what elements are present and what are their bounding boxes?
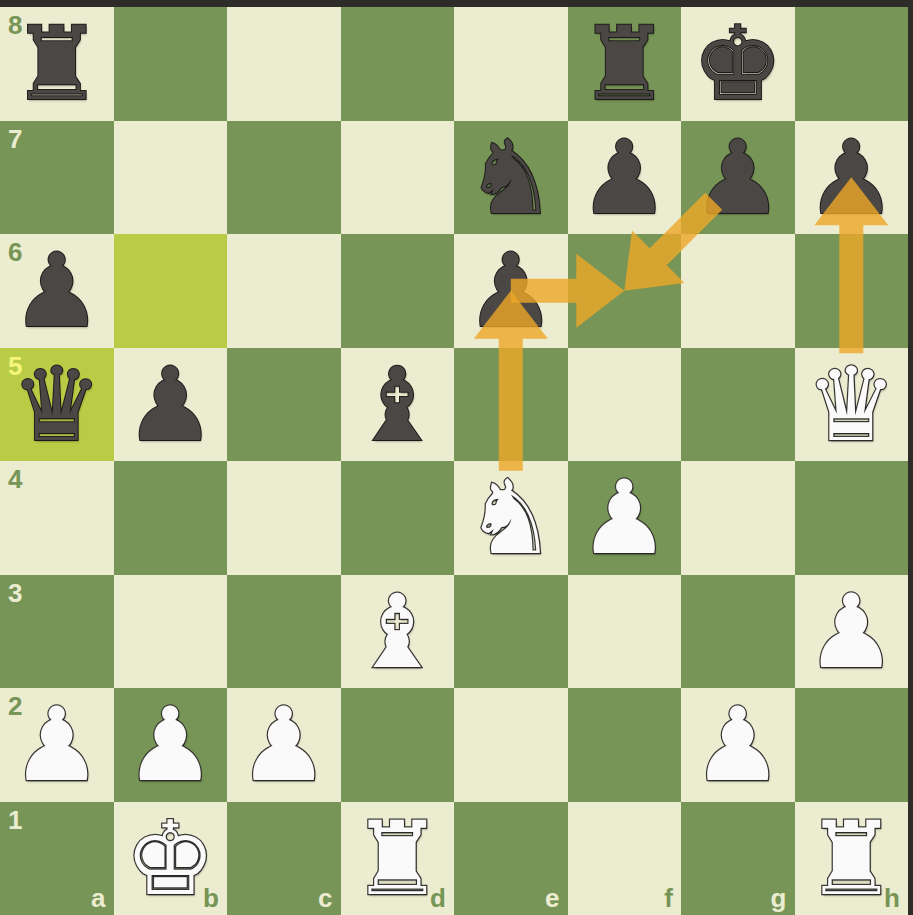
square-e3[interactable] xyxy=(454,575,568,689)
square-b7[interactable] xyxy=(114,121,228,235)
file-label-f: f xyxy=(664,885,673,911)
piece-white-queen-h5[interactable]: ♛ xyxy=(795,348,909,462)
piece-black-pawn-b5[interactable]: ♟ xyxy=(114,348,228,462)
square-a4[interactable]: 4 xyxy=(0,461,114,575)
square-h2[interactable] xyxy=(795,688,909,802)
piece-white-knight-e4[interactable]: ♞ xyxy=(454,461,568,575)
piece-black-rook-a8[interactable]: ♜ xyxy=(0,7,114,121)
piece-black-pawn-h7[interactable]: ♟ xyxy=(795,121,909,235)
piece-white-pawn-b2[interactable]: ♟ xyxy=(114,688,228,802)
square-g6[interactable] xyxy=(681,234,795,348)
piece-black-king-g8[interactable]: ♚ xyxy=(681,7,795,121)
piece-white-pawn-g2[interactable]: ♟ xyxy=(681,688,795,802)
square-a3[interactable]: 3 xyxy=(0,575,114,689)
square-f5[interactable] xyxy=(568,348,682,462)
square-a7[interactable]: 7 xyxy=(0,121,114,235)
board-frame: 87654321abcdefgh♜♜♚♞♟♟♟♟♟♛♟♝♛♞♟♝♟♟♟♟♟♚♜♜ xyxy=(0,0,913,915)
square-d8[interactable] xyxy=(341,7,455,121)
square-d7[interactable] xyxy=(341,121,455,235)
square-f3[interactable] xyxy=(568,575,682,689)
piece-white-pawn-f4[interactable]: ♟ xyxy=(568,461,682,575)
square-h4[interactable] xyxy=(795,461,909,575)
square-e5[interactable] xyxy=(454,348,568,462)
piece-black-bishop-d5[interactable]: ♝ xyxy=(341,348,455,462)
square-h8[interactable] xyxy=(795,7,909,121)
square-c8[interactable] xyxy=(227,7,341,121)
square-e1[interactable]: e xyxy=(454,802,568,915)
piece-black-knight-e7[interactable]: ♞ xyxy=(454,121,568,235)
piece-black-pawn-f7[interactable]: ♟ xyxy=(568,121,682,235)
square-b6[interactable] xyxy=(114,234,228,348)
piece-black-pawn-e6[interactable]: ♟ xyxy=(454,234,568,348)
piece-white-rook-d1[interactable]: ♜ xyxy=(341,802,455,915)
piece-black-pawn-g7[interactable]: ♟ xyxy=(681,121,795,235)
square-a1[interactable]: 1a xyxy=(0,802,114,915)
rank-label-3: 3 xyxy=(8,580,22,606)
piece-black-rook-f8[interactable]: ♜ xyxy=(568,7,682,121)
square-c3[interactable] xyxy=(227,575,341,689)
square-b3[interactable] xyxy=(114,575,228,689)
square-g4[interactable] xyxy=(681,461,795,575)
square-b4[interactable] xyxy=(114,461,228,575)
piece-white-king-b1[interactable]: ♚ xyxy=(114,802,228,915)
rank-label-7: 7 xyxy=(8,126,22,152)
rank-label-1: 1 xyxy=(8,807,22,833)
square-c1[interactable]: c xyxy=(227,802,341,915)
piece-white-pawn-c2[interactable]: ♟ xyxy=(227,688,341,802)
piece-white-pawn-h3[interactable]: ♟ xyxy=(795,575,909,689)
square-c6[interactable] xyxy=(227,234,341,348)
piece-white-rook-h1[interactable]: ♜ xyxy=(795,802,909,915)
square-b8[interactable] xyxy=(114,7,228,121)
piece-black-pawn-a6[interactable]: ♟ xyxy=(0,234,114,348)
square-g5[interactable] xyxy=(681,348,795,462)
piece-black-queen-a5[interactable]: ♛ xyxy=(0,348,114,462)
square-f1[interactable]: f xyxy=(568,802,682,915)
square-g1[interactable]: g xyxy=(681,802,795,915)
square-f6[interactable] xyxy=(568,234,682,348)
rank-label-4: 4 xyxy=(8,466,22,492)
piece-white-bishop-d3[interactable]: ♝ xyxy=(341,575,455,689)
file-label-c: c xyxy=(318,885,332,911)
square-d6[interactable] xyxy=(341,234,455,348)
square-e2[interactable] xyxy=(454,688,568,802)
square-c7[interactable] xyxy=(227,121,341,235)
square-e8[interactable] xyxy=(454,7,568,121)
square-c4[interactable] xyxy=(227,461,341,575)
file-label-a: a xyxy=(91,885,105,911)
file-label-g: g xyxy=(771,885,787,911)
file-label-e: e xyxy=(545,885,559,911)
square-h6[interactable] xyxy=(795,234,909,348)
square-d4[interactable] xyxy=(341,461,455,575)
square-c5[interactable] xyxy=(227,348,341,462)
square-g3[interactable] xyxy=(681,575,795,689)
square-d2[interactable] xyxy=(341,688,455,802)
chess-board: 87654321abcdefgh♜♜♚♞♟♟♟♟♟♛♟♝♛♞♟♝♟♟♟♟♟♚♜♜ xyxy=(0,7,908,915)
piece-white-pawn-a2[interactable]: ♟ xyxy=(0,688,114,802)
square-f2[interactable] xyxy=(568,688,682,802)
